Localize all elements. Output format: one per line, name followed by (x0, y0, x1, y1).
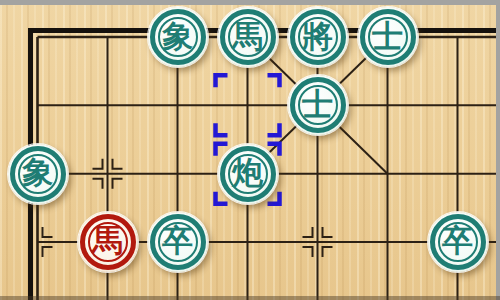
piece-glyph: 士 (302, 89, 333, 120)
piece-black-advisor[interactable]: 士 (288, 75, 348, 135)
piece-black-cannon[interactable]: 炮 (218, 144, 278, 204)
piece-glyph: 炮 (232, 157, 263, 188)
piece-black-pawn[interactable]: 卒 (428, 212, 488, 272)
piece-red-horse[interactable]: 馬 (78, 212, 138, 272)
piece-black-horse[interactable]: 馬 (218, 7, 278, 67)
piece-glyph: 士 (372, 21, 403, 52)
piece-glyph: 象 (162, 21, 193, 52)
piece-black-elephant[interactable]: 象 (8, 144, 68, 204)
board-bottom-shadow (0, 296, 500, 300)
piece-glyph: 馬 (92, 225, 123, 256)
xiangqi-board: 象馬將士士象炮馬卒卒 (0, 0, 500, 300)
board-right-edge (496, 0, 500, 300)
piece-glyph: 象 (22, 157, 53, 188)
piece-glyph: 將 (302, 21, 333, 52)
piece-glyph: 馬 (232, 21, 263, 52)
piece-black-general[interactable]: 將 (288, 7, 348, 67)
piece-black-elephant[interactable]: 象 (148, 7, 208, 67)
piece-black-advisor[interactable]: 士 (358, 7, 418, 67)
piece-glyph: 卒 (162, 225, 193, 256)
piece-glyph: 卒 (442, 225, 473, 256)
piece-black-pawn[interactable]: 卒 (148, 212, 208, 272)
board-top-edge (0, 0, 500, 5)
